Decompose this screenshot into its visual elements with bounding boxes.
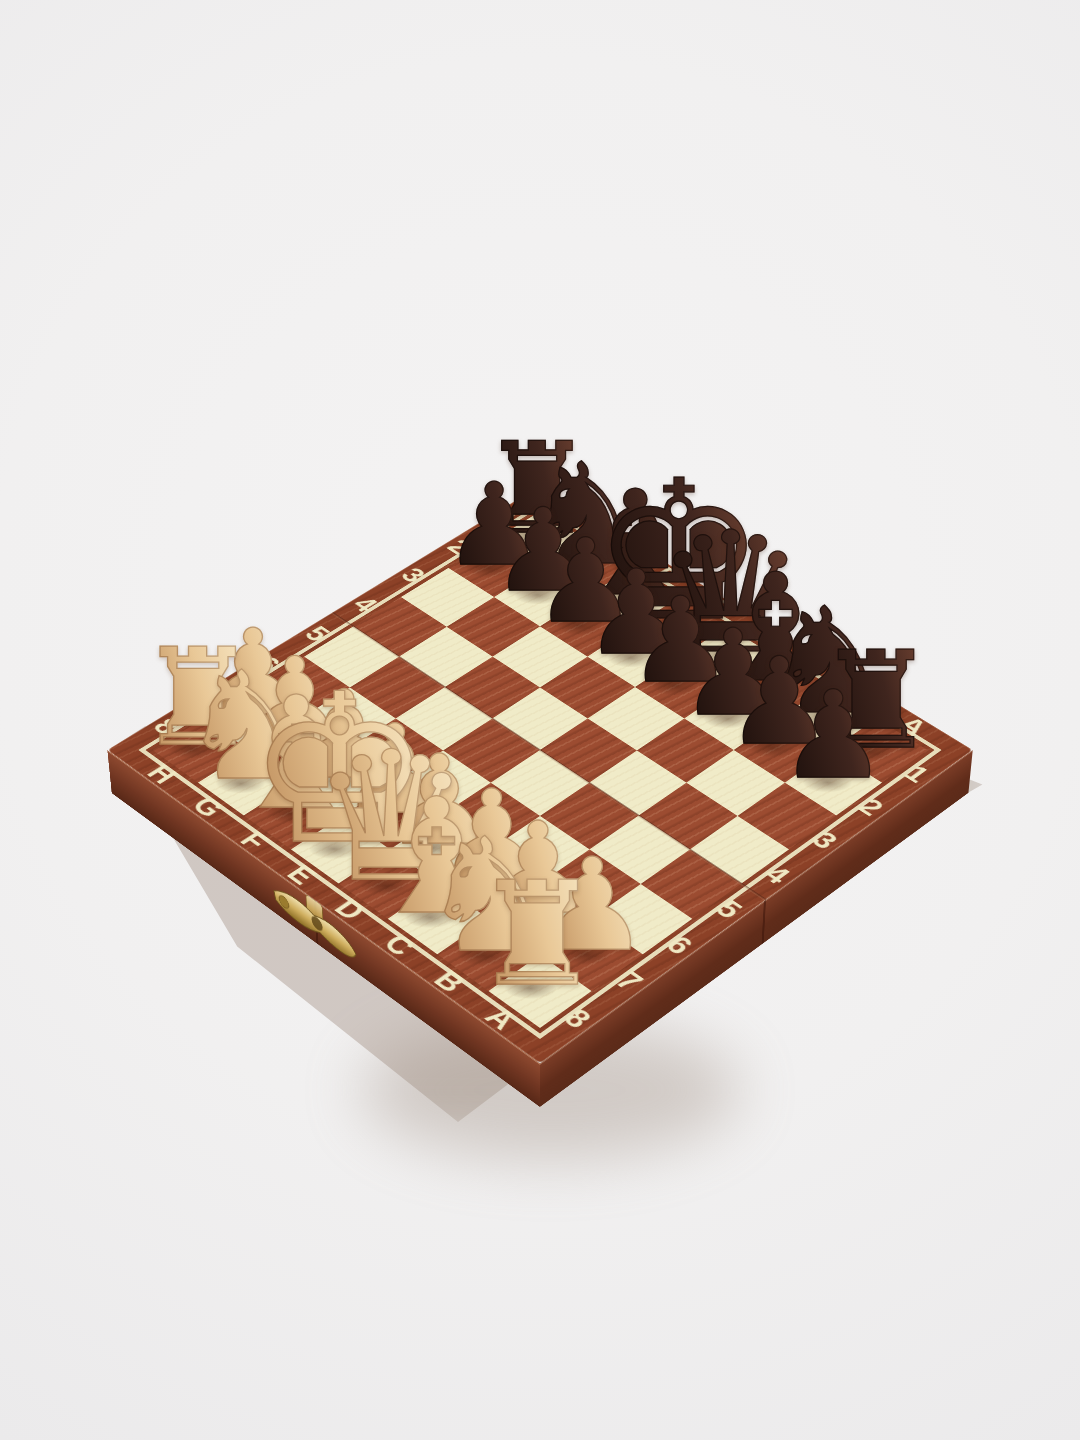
fold-seam-right [762, 900, 766, 945]
square-c6[interactable] [490, 815, 590, 883]
square-d6[interactable] [441, 782, 540, 849]
square-c4[interactable] [589, 750, 687, 815]
square-b4[interactable] [639, 782, 738, 849]
square-b6[interactable] [540, 849, 641, 918]
square-f7[interactable] [295, 750, 393, 815]
chess-board: HHGGFFEEDDCCBBAA1122334455667788 [107, 486, 972, 1064]
square-d8[interactable] [339, 849, 440, 918]
scene: HHGGFFEEDDCCBBAA1122334455667788 [0, 0, 1080, 1440]
board-top-face: HHGGFFEEDDCCBBAA1122334455667788 [107, 486, 972, 1064]
square-b7[interactable] [489, 883, 591, 954]
square-e7[interactable] [342, 782, 441, 849]
square-e8[interactable] [291, 815, 391, 883]
square-a7[interactable] [540, 919, 643, 991]
square-b8[interactable] [437, 919, 540, 991]
square-a4[interactable] [690, 815, 790, 883]
board-grid [153, 511, 928, 1028]
square-c8[interactable] [387, 883, 489, 954]
square-e6[interactable] [393, 750, 491, 815]
product-photo: HHGGFFEEDDCCBBAA1122334455667788 [0, 0, 1080, 1440]
square-a5[interactable] [641, 849, 742, 918]
square-d5[interactable] [491, 750, 589, 815]
square-f8[interactable] [244, 782, 343, 849]
square-c5[interactable] [540, 782, 639, 849]
square-g8[interactable] [198, 750, 296, 815]
square-b5[interactable] [590, 815, 690, 883]
square-a3[interactable] [738, 782, 837, 849]
square-b3[interactable] [687, 750, 785, 815]
square-a2[interactable] [785, 750, 883, 815]
square-a8[interactable] [488, 954, 592, 1028]
square-c7[interactable] [439, 849, 540, 918]
file-label-top-f: F [649, 564, 684, 586]
square-a6[interactable] [591, 883, 693, 954]
square-d7[interactable] [390, 815, 490, 883]
